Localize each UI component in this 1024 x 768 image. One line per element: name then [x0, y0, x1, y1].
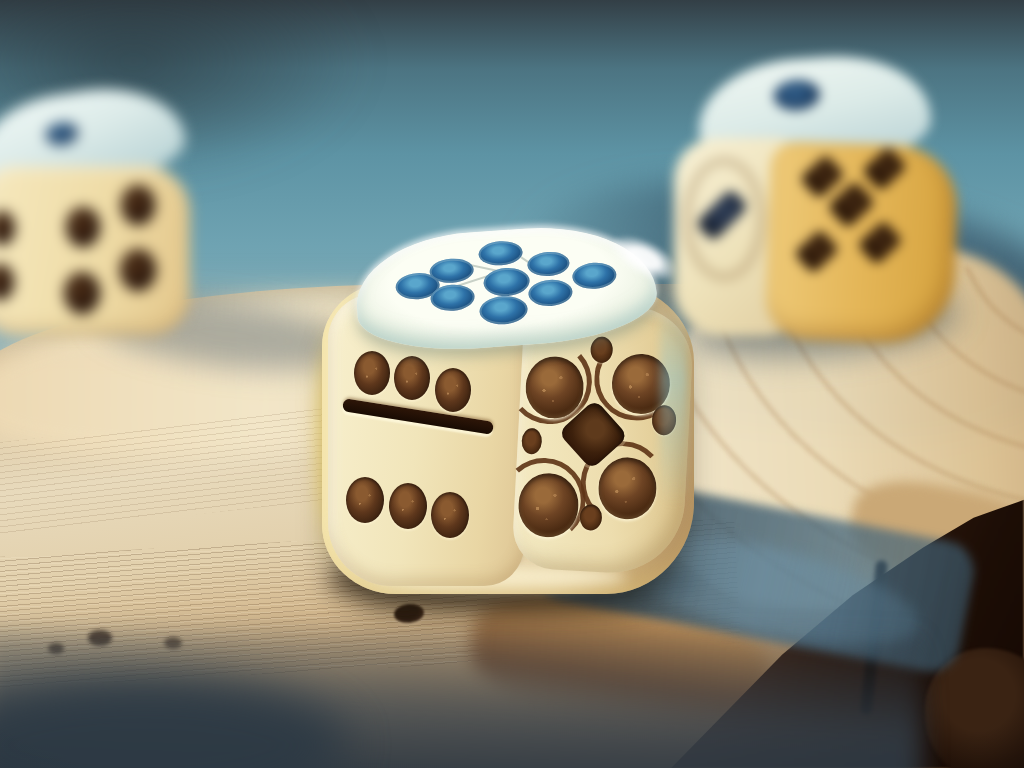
- right-die: [668, 52, 960, 336]
- pip-brown: [431, 492, 469, 538]
- pip-blue: [478, 240, 524, 267]
- pip-navy: [773, 79, 821, 112]
- pip-diamond-dark: [857, 220, 902, 265]
- pip-dark: [64, 272, 100, 314]
- left-die-front-face: [0, 166, 190, 336]
- pip-diamond-dark: [827, 181, 875, 229]
- left-die-side-face: [0, 218, 14, 408]
- pip-diamond-dark: [862, 146, 907, 191]
- pip-blue: [527, 251, 571, 278]
- pip-brown: [389, 483, 427, 529]
- carved-groove: [342, 398, 494, 435]
- pip-navy: [44, 120, 79, 147]
- photo-stage: [0, 0, 1024, 768]
- right-die-right-face: [765, 141, 960, 345]
- center-die: [322, 228, 694, 594]
- pip-brown: [394, 356, 430, 400]
- pip-blue: [479, 295, 529, 326]
- pip-blue: [483, 266, 531, 297]
- pip-diamond-dark: [794, 229, 839, 274]
- pip-dark: [121, 185, 155, 225]
- left-die: [0, 88, 208, 340]
- pip-dark: [120, 249, 156, 291]
- pip-blue: [572, 261, 618, 290]
- pip-diamond-dark: [800, 154, 845, 199]
- pip-small-brown: [579, 504, 602, 531]
- pip-brown: [435, 368, 471, 412]
- pip-small-brown: [521, 428, 542, 455]
- pip-dark: [0, 264, 14, 300]
- pip-dark: [66, 207, 100, 247]
- pip-blue: [528, 278, 574, 307]
- pip-brown: [354, 351, 390, 395]
- pip-brown: [346, 477, 384, 523]
